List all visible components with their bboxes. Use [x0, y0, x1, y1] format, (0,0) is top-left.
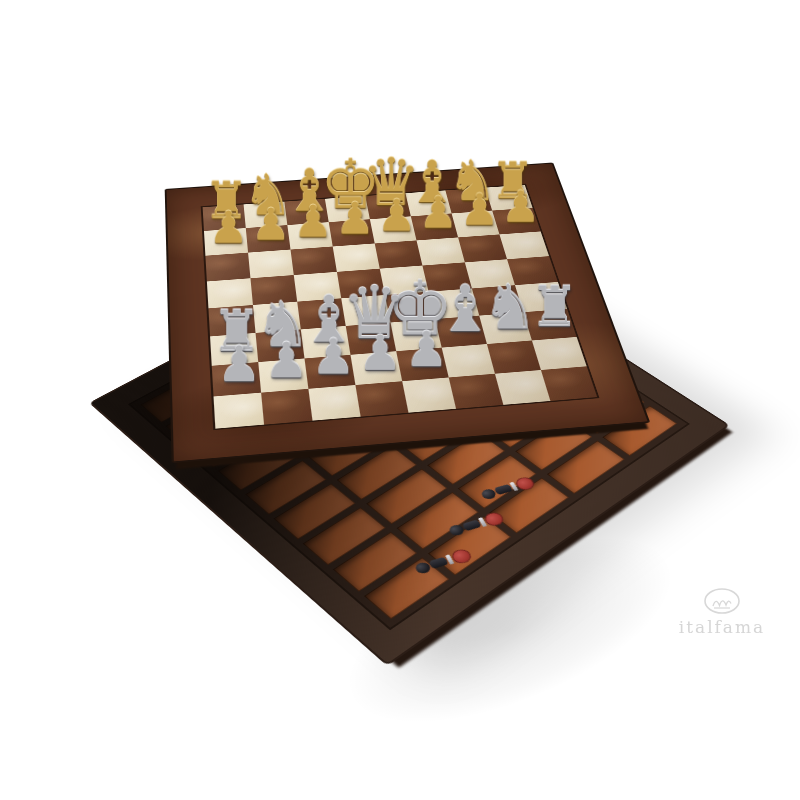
board-square-a1[interactable] [214, 393, 265, 429]
piece-gold-pawn-a7[interactable]: ♟ [192, 165, 265, 250]
watermark-text: italfama [664, 617, 780, 637]
board-square-e1[interactable] [402, 377, 456, 412]
board-square-c1[interactable] [308, 385, 360, 421]
board-square-d1[interactable] [355, 381, 408, 416]
watermark-logo-icon [701, 586, 743, 616]
board-square-h1[interactable] [541, 366, 597, 401]
board-square-f1[interactable] [449, 374, 504, 409]
watermark: italfama [664, 586, 780, 637]
board-square-b1[interactable] [261, 389, 312, 425]
tray-pawn-body [428, 557, 449, 569]
piece-silver-pawn-a2[interactable]: ♟ [198, 294, 280, 389]
chess-board: ♜♞♝♚♛♝♞♜♟♟♟♟♟♟♟♟♜♞♝♛♚♝♞♜♟♟♟♟♟ [165, 163, 651, 464]
product-photo-scene: ♜♞♝♚♛♝♞♜♟♟♟♟♟♟♟♟♜♞♝♛♚♝♞♜♟♟♟♟♟ italfama [0, 0, 800, 800]
board-square-h2[interactable] [532, 337, 587, 370]
